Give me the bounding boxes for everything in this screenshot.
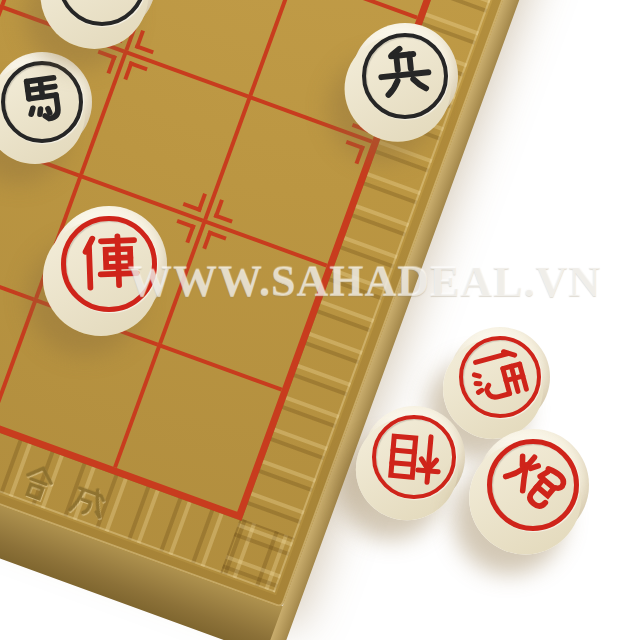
piece-character-black-horse bbox=[7, 67, 77, 137]
piece-red-horse[interactable] bbox=[450, 327, 550, 427]
piece-ring bbox=[58, 0, 147, 26]
piece-character-red-chariot bbox=[72, 227, 146, 301]
piece-red-chariot[interactable] bbox=[51, 206, 167, 322]
piece-red-elephant[interactable] bbox=[363, 406, 465, 508]
piece-red-cannon[interactable] bbox=[477, 429, 589, 541]
piece-character-red-cannon bbox=[484, 436, 582, 534]
pieces-layer bbox=[0, 0, 640, 640]
piece-black-horse[interactable] bbox=[0, 52, 92, 152]
piece-black-soldier[interactable] bbox=[352, 23, 458, 129]
piece-black-cropped[interactable] bbox=[48, 0, 156, 36]
piece-character-red-elephant bbox=[380, 423, 449, 492]
piece-character-black-soldier bbox=[369, 40, 441, 112]
product-photo-scene: WWW.SAHADEAL.VN bbox=[0, 0, 640, 640]
